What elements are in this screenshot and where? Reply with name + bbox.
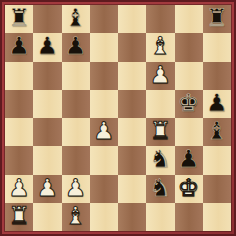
square-h7[interactable] [203, 33, 231, 61]
square-b5[interactable] [33, 90, 61, 118]
square-d1[interactable] [90, 203, 118, 231]
square-g3[interactable]: ♟ [175, 146, 203, 174]
square-d7[interactable] [90, 33, 118, 61]
white-pawn-piece: ♟ [150, 63, 172, 87]
square-f6[interactable]: ♟ [146, 62, 174, 90]
white-pawn-piece: ♟ [93, 119, 115, 143]
square-g7[interactable] [175, 33, 203, 61]
square-c4[interactable] [62, 118, 90, 146]
square-h6[interactable] [203, 62, 231, 90]
square-f3[interactable]: ♞ [146, 146, 174, 174]
square-e6[interactable] [118, 62, 146, 90]
black-knight-piece: ♞ [150, 147, 172, 171]
black-bishop-piece: ♝ [206, 119, 228, 143]
black-pawn-piece: ♟ [178, 147, 200, 171]
square-a4[interactable] [5, 118, 33, 146]
square-f4[interactable]: ♜ [146, 118, 174, 146]
square-a6[interactable] [5, 62, 33, 90]
black-rook-piece: ♜ [206, 6, 228, 30]
square-e8[interactable] [118, 5, 146, 33]
square-c6[interactable] [62, 62, 90, 90]
square-a8[interactable]: ♜ [5, 5, 33, 33]
square-g1[interactable] [175, 203, 203, 231]
square-h3[interactable] [203, 146, 231, 174]
square-e2[interactable] [118, 175, 146, 203]
white-rook-piece: ♜ [150, 119, 172, 143]
square-e1[interactable] [118, 203, 146, 231]
square-e5[interactable] [118, 90, 146, 118]
white-rook-piece: ♜ [8, 204, 30, 228]
square-c8[interactable]: ♝ [62, 5, 90, 33]
square-e7[interactable] [118, 33, 146, 61]
square-g6[interactable] [175, 62, 203, 90]
square-b1[interactable] [33, 203, 61, 231]
square-d4[interactable]: ♟ [90, 118, 118, 146]
square-b3[interactable] [33, 146, 61, 174]
square-a2[interactable]: ♟ [5, 175, 33, 203]
square-a7[interactable]: ♟ [5, 33, 33, 61]
square-d2[interactable] [90, 175, 118, 203]
square-f5[interactable] [146, 90, 174, 118]
black-bishop-piece: ♝ [65, 6, 87, 30]
square-h8[interactable]: ♜ [203, 5, 231, 33]
square-c2[interactable]: ♟ [62, 175, 90, 203]
square-b7[interactable]: ♟ [33, 33, 61, 61]
square-h5[interactable]: ♟ [203, 90, 231, 118]
square-d6[interactable] [90, 62, 118, 90]
square-d5[interactable] [90, 90, 118, 118]
black-king-piece: ♚ [178, 91, 200, 115]
black-rook-piece: ♜ [8, 6, 30, 30]
white-pawn-piece: ♟ [65, 176, 87, 200]
square-a1[interactable]: ♜ [5, 203, 33, 231]
square-e4[interactable] [118, 118, 146, 146]
square-g4[interactable] [175, 118, 203, 146]
square-h2[interactable] [203, 175, 231, 203]
square-b2[interactable]: ♟ [33, 175, 61, 203]
square-a5[interactable] [5, 90, 33, 118]
square-g5[interactable]: ♚ [175, 90, 203, 118]
square-h1[interactable] [203, 203, 231, 231]
black-pawn-piece: ♟ [65, 34, 87, 58]
black-pawn-piece: ♟ [8, 34, 30, 58]
square-c3[interactable] [62, 146, 90, 174]
white-pawn-piece: ♟ [37, 176, 59, 200]
square-a3[interactable] [5, 146, 33, 174]
black-pawn-piece: ♟ [206, 91, 228, 115]
square-c1[interactable]: ♝ [62, 203, 90, 231]
black-pawn-piece: ♟ [37, 34, 59, 58]
square-f8[interactable] [146, 5, 174, 33]
square-e3[interactable] [118, 146, 146, 174]
white-bishop-piece: ♝ [150, 34, 172, 58]
board-frame: ♜♝♜♟♟♟♝♟♚♟♟♜♝♞♟♟♟♟♞♚♜♝ [0, 0, 236, 236]
square-f2[interactable]: ♞ [146, 175, 174, 203]
white-pawn-piece: ♟ [8, 176, 30, 200]
square-g8[interactable] [175, 5, 203, 33]
square-f7[interactable]: ♝ [146, 33, 174, 61]
square-b8[interactable] [33, 5, 61, 33]
square-g2[interactable]: ♚ [175, 175, 203, 203]
chess-board: ♜♝♜♟♟♟♝♟♚♟♟♜♝♞♟♟♟♟♞♚♜♝ [5, 5, 231, 231]
square-d3[interactable] [90, 146, 118, 174]
square-d8[interactable] [90, 5, 118, 33]
square-c7[interactable]: ♟ [62, 33, 90, 61]
square-h4[interactable]: ♝ [203, 118, 231, 146]
white-bishop-piece: ♝ [65, 204, 87, 228]
square-b6[interactable] [33, 62, 61, 90]
black-knight-piece: ♞ [150, 176, 172, 200]
square-b4[interactable] [33, 118, 61, 146]
white-king-piece: ♚ [178, 176, 200, 200]
square-c5[interactable] [62, 90, 90, 118]
square-f1[interactable] [146, 203, 174, 231]
